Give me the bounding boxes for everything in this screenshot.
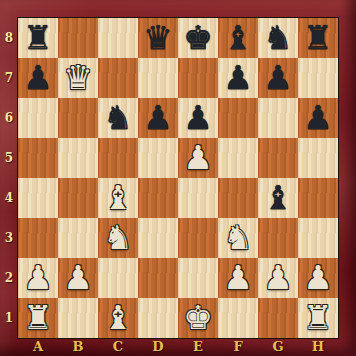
square-b6[interactable] bbox=[58, 98, 98, 138]
square-d2[interactable] bbox=[138, 258, 178, 298]
piece-black-queen[interactable]: ♛ bbox=[143, 18, 173, 58]
square-a1[interactable]: ♜ bbox=[18, 298, 58, 338]
square-e3[interactable] bbox=[178, 218, 218, 258]
file-label-a: A bbox=[18, 339, 58, 356]
square-g8[interactable]: ♞ bbox=[258, 18, 298, 58]
file-label-g: G bbox=[258, 339, 298, 356]
square-e4[interactable] bbox=[178, 178, 218, 218]
square-h7[interactable] bbox=[298, 58, 338, 98]
square-f5[interactable] bbox=[218, 138, 258, 178]
piece-white-rook[interactable]: ♜ bbox=[23, 298, 53, 338]
square-c1[interactable]: ♝ bbox=[98, 298, 138, 338]
piece-white-pawn[interactable]: ♟ bbox=[263, 258, 293, 298]
piece-white-pawn[interactable]: ♟ bbox=[303, 258, 333, 298]
piece-black-pawn[interactable]: ♟ bbox=[143, 98, 173, 138]
piece-white-knight[interactable]: ♞ bbox=[223, 218, 253, 258]
file-label-c: C bbox=[98, 339, 138, 356]
square-d6[interactable]: ♟ bbox=[138, 98, 178, 138]
rank-label-5: 5 bbox=[0, 138, 18, 178]
square-b2[interactable]: ♟ bbox=[58, 258, 98, 298]
file-label-d: D bbox=[138, 339, 178, 356]
piece-white-king[interactable]: ♚ bbox=[183, 298, 213, 338]
square-a6[interactable] bbox=[18, 98, 58, 138]
square-a4[interactable] bbox=[18, 178, 58, 218]
square-h2[interactable]: ♟ bbox=[298, 258, 338, 298]
square-h6[interactable]: ♟ bbox=[298, 98, 338, 138]
square-f8[interactable]: ♝ bbox=[218, 18, 258, 58]
square-b5[interactable] bbox=[58, 138, 98, 178]
piece-white-rook[interactable]: ♜ bbox=[303, 298, 333, 338]
piece-black-king[interactable]: ♚ bbox=[183, 18, 213, 58]
square-f1[interactable] bbox=[218, 298, 258, 338]
rank-label-7: 7 bbox=[0, 58, 18, 98]
square-d5[interactable] bbox=[138, 138, 178, 178]
rank-labels: 87654321 bbox=[0, 18, 18, 338]
piece-white-queen[interactable]: ♛ bbox=[63, 58, 93, 98]
piece-white-pawn[interactable]: ♟ bbox=[23, 258, 53, 298]
rank-label-2: 2 bbox=[0, 258, 18, 298]
square-c7[interactable] bbox=[98, 58, 138, 98]
square-g3[interactable] bbox=[258, 218, 298, 258]
square-a8[interactable]: ♜ bbox=[18, 18, 58, 58]
square-f6[interactable] bbox=[218, 98, 258, 138]
square-h1[interactable]: ♜ bbox=[298, 298, 338, 338]
square-d7[interactable] bbox=[138, 58, 178, 98]
square-d3[interactable] bbox=[138, 218, 178, 258]
rank-label-8: 8 bbox=[0, 18, 18, 58]
piece-white-pawn[interactable]: ♟ bbox=[183, 138, 213, 178]
square-c5[interactable] bbox=[98, 138, 138, 178]
piece-black-rook[interactable]: ♜ bbox=[303, 18, 333, 58]
square-e2[interactable] bbox=[178, 258, 218, 298]
square-b1[interactable] bbox=[58, 298, 98, 338]
square-a5[interactable] bbox=[18, 138, 58, 178]
square-h8[interactable]: ♜ bbox=[298, 18, 338, 58]
square-h5[interactable] bbox=[298, 138, 338, 178]
piece-black-pawn[interactable]: ♟ bbox=[183, 98, 213, 138]
rank-label-4: 4 bbox=[0, 178, 18, 218]
square-a2[interactable]: ♟ bbox=[18, 258, 58, 298]
square-e8[interactable]: ♚ bbox=[178, 18, 218, 58]
square-g5[interactable] bbox=[258, 138, 298, 178]
piece-black-bishop[interactable]: ♝ bbox=[263, 178, 293, 218]
rank-label-6: 6 bbox=[0, 98, 18, 138]
square-g4[interactable]: ♝ bbox=[258, 178, 298, 218]
square-b3[interactable] bbox=[58, 218, 98, 258]
square-g6[interactable] bbox=[258, 98, 298, 138]
square-f7[interactable]: ♟ bbox=[218, 58, 258, 98]
piece-white-bishop[interactable]: ♝ bbox=[103, 178, 133, 218]
square-f3[interactable]: ♞ bbox=[218, 218, 258, 258]
file-label-b: B bbox=[58, 339, 98, 356]
file-label-e: E bbox=[178, 339, 218, 356]
square-h4[interactable] bbox=[298, 178, 338, 218]
piece-white-pawn[interactable]: ♟ bbox=[63, 258, 93, 298]
piece-black-pawn[interactable]: ♟ bbox=[263, 58, 293, 98]
chess-board[interactable]: ♜♛♚♝♞♜♟♛♟♟♞♟♟♟♟♝♝♞♞♟♟♟♟♟♜♝♚♜ bbox=[18, 18, 338, 338]
chess-board-frame: 87654321 ♜♛♚♝♞♜♟♛♟♟♞♟♟♟♟♝♝♞♞♟♟♟♟♟♜♝♚♜ AB… bbox=[0, 0, 356, 356]
piece-black-rook[interactable]: ♜ bbox=[23, 18, 53, 58]
square-b7[interactable]: ♛ bbox=[58, 58, 98, 98]
square-h3[interactable] bbox=[298, 218, 338, 258]
square-b8[interactable] bbox=[58, 18, 98, 58]
rank-label-3: 3 bbox=[0, 218, 18, 258]
square-d4[interactable] bbox=[138, 178, 178, 218]
square-c2[interactable] bbox=[98, 258, 138, 298]
square-c3[interactable]: ♞ bbox=[98, 218, 138, 258]
square-e1[interactable]: ♚ bbox=[178, 298, 218, 338]
square-c4[interactable]: ♝ bbox=[98, 178, 138, 218]
square-c6[interactable]: ♞ bbox=[98, 98, 138, 138]
piece-white-bishop[interactable]: ♝ bbox=[103, 298, 133, 338]
piece-black-knight[interactable]: ♞ bbox=[103, 98, 133, 138]
square-e7[interactable] bbox=[178, 58, 218, 98]
square-a3[interactable] bbox=[18, 218, 58, 258]
file-label-f: F bbox=[218, 339, 258, 356]
square-d8[interactable]: ♛ bbox=[138, 18, 178, 58]
piece-white-knight[interactable]: ♞ bbox=[103, 218, 133, 258]
piece-white-pawn[interactable]: ♟ bbox=[223, 258, 253, 298]
square-d1[interactable] bbox=[138, 298, 178, 338]
square-f4[interactable] bbox=[218, 178, 258, 218]
square-g2[interactable]: ♟ bbox=[258, 258, 298, 298]
square-c8[interactable] bbox=[98, 18, 138, 58]
piece-black-pawn[interactable]: ♟ bbox=[223, 58, 253, 98]
piece-black-pawn[interactable]: ♟ bbox=[303, 98, 333, 138]
piece-black-pawn[interactable]: ♟ bbox=[23, 58, 53, 98]
piece-black-bishop[interactable]: ♝ bbox=[223, 18, 253, 58]
square-e5[interactable]: ♟ bbox=[178, 138, 218, 178]
square-b4[interactable] bbox=[58, 178, 98, 218]
square-e6[interactable]: ♟ bbox=[178, 98, 218, 138]
square-f2[interactable]: ♟ bbox=[218, 258, 258, 298]
square-g1[interactable] bbox=[258, 298, 298, 338]
file-labels: ABCDEFGH bbox=[18, 339, 338, 356]
piece-black-knight[interactable]: ♞ bbox=[263, 18, 293, 58]
square-g7[interactable]: ♟ bbox=[258, 58, 298, 98]
file-label-h: H bbox=[298, 339, 338, 356]
square-a7[interactable]: ♟ bbox=[18, 58, 58, 98]
rank-label-1: 1 bbox=[0, 298, 18, 338]
